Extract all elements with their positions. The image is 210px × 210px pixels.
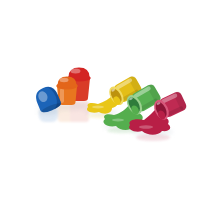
paint-pots-scene: [0, 0, 210, 210]
red-pot-lid-highlight: [71, 69, 81, 74]
orange-pot-lid-highlight: [60, 78, 69, 82]
magenta-puddle-highlight: [139, 125, 153, 129]
yellow-puddle-highlight: [92, 106, 104, 109]
product-photo: [0, 0, 210, 210]
green-puddle-highlight: [112, 119, 124, 122]
orange-pot-body-highlight: [60, 88, 64, 103]
magenta-paint-reflection: [136, 134, 170, 141]
